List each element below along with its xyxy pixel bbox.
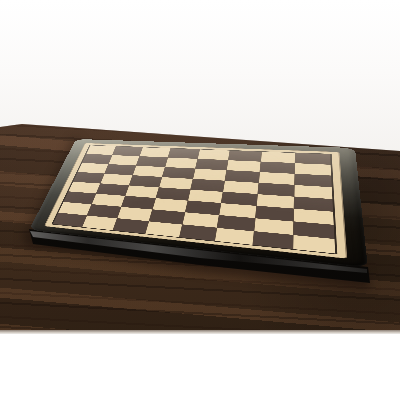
- product-photo-scene: [0, 0, 400, 400]
